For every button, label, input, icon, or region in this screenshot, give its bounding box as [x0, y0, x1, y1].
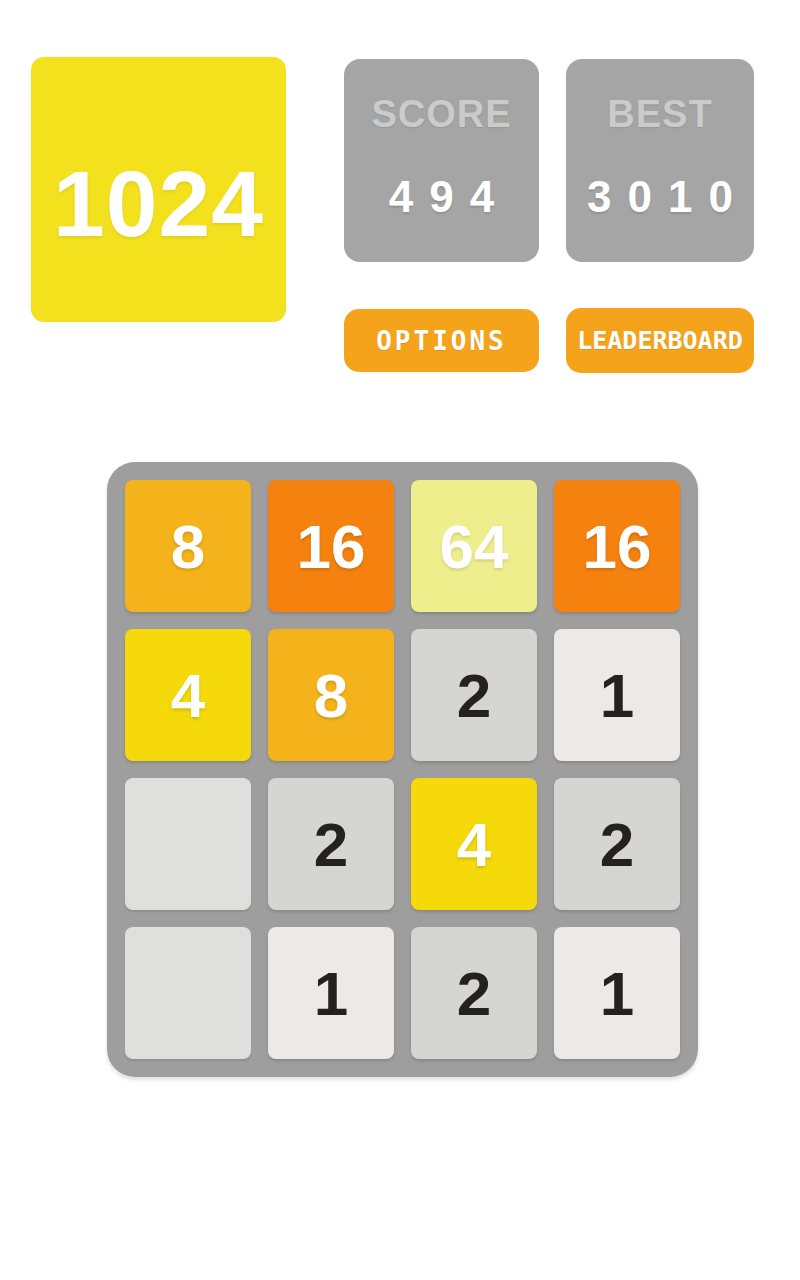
- tile-4: 4: [125, 629, 251, 761]
- app: 1024 SCORE 494 BEST 3010 OPTIONS LEADERB…: [0, 0, 800, 1280]
- empty-cell: [125, 778, 251, 910]
- best-value: 3010: [587, 172, 749, 222]
- options-button-label: OPTIONS: [376, 326, 507, 356]
- score-value: 494: [389, 172, 510, 222]
- tile-4: 4: [411, 778, 537, 910]
- leaderboard-button-label: LEADERBOARD: [577, 326, 743, 355]
- tile-1: 1: [554, 927, 680, 1059]
- tile-64: 64: [411, 480, 537, 612]
- score-box: SCORE 494: [344, 59, 539, 262]
- tile-2: 2: [411, 927, 537, 1059]
- logo-label: 1024: [53, 121, 264, 258]
- best-box: BEST 3010: [566, 59, 754, 262]
- empty-cell: [125, 927, 251, 1059]
- best-label: BEST: [607, 93, 712, 136]
- leaderboard-button[interactable]: LEADERBOARD: [566, 308, 754, 373]
- tile-2: 2: [554, 778, 680, 910]
- tile-16: 16: [554, 480, 680, 612]
- tile-1: 1: [554, 629, 680, 761]
- logo-tile: 1024: [31, 57, 286, 322]
- game-board[interactable]: 81664164821242121: [107, 462, 698, 1077]
- tile-2: 2: [268, 778, 394, 910]
- board-grid[interactable]: 81664164821242121: [107, 462, 698, 1077]
- tile-1: 1: [268, 927, 394, 1059]
- score-label: SCORE: [371, 93, 511, 136]
- tile-8: 8: [125, 480, 251, 612]
- options-button[interactable]: OPTIONS: [344, 309, 539, 372]
- tile-16: 16: [268, 480, 394, 612]
- tile-8: 8: [268, 629, 394, 761]
- tile-2: 2: [411, 629, 537, 761]
